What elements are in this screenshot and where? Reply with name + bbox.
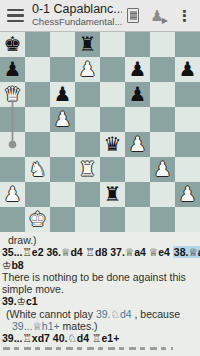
square-g7[interactable] — [150, 57, 175, 82]
square-b3[interactable]: ♞ — [25, 157, 50, 182]
comment-text: mates.) — [60, 320, 98, 332]
square-h1[interactable] — [175, 207, 200, 232]
square-c3[interactable] — [50, 157, 75, 182]
square-b4[interactable] — [25, 132, 50, 157]
move-text[interactable]: 38.♕a6 — [173, 246, 200, 258]
square-b2[interactable] — [25, 182, 50, 207]
notation-line: simple move. — [0, 283, 200, 295]
comment-text: There is nothing to be done against this — [2, 271, 186, 283]
square-h8[interactable] — [175, 32, 200, 57]
square-f1[interactable] — [125, 207, 150, 232]
move-text[interactable]: 39.♘d4 — [96, 308, 132, 320]
notation-line: (White cannot play 39.♘d4 , because — [0, 308, 200, 320]
page-subtitle: ChessFundamental... — [32, 17, 122, 27]
black-pawn: ♟ — [179, 57, 197, 82]
black-rook: ♜ — [104, 182, 122, 207]
square-d3[interactable]: ♜ — [75, 157, 100, 182]
square-e1[interactable] — [100, 207, 125, 232]
white-pawn: ♟ — [79, 57, 97, 82]
notation-line: There is nothing to be done against this — [0, 271, 200, 283]
square-f4[interactable]: ♟ — [125, 132, 150, 157]
square-g5[interactable] — [150, 107, 175, 132]
move-text[interactable]: 39...♕h1+ — [12, 320, 60, 332]
page-title: 0-1 Capablanc... — [32, 3, 122, 17]
square-b7[interactable] — [25, 57, 50, 82]
black-pawn: ♟ — [54, 82, 72, 107]
square-d4[interactable] — [75, 132, 100, 157]
square-b5[interactable] — [25, 107, 50, 132]
white-rook: ♜ — [79, 157, 97, 182]
white-king: ♚ — [29, 207, 47, 232]
square-d1[interactable] — [75, 207, 100, 232]
notation-line: 39...♖xd7 40.♘d4 ♖e1+ — [0, 332, 200, 344]
square-d7[interactable]: ♟ — [75, 57, 100, 82]
black-queen: ♛ — [104, 132, 122, 157]
square-c8[interactable] — [50, 32, 75, 57]
app-bar: 0-1 Capablanc... ChessFundamental... ♟▶ … — [0, 0, 200, 32]
square-b6[interactable] — [25, 82, 50, 107]
white-queen: ♛ — [4, 82, 22, 107]
square-h2[interactable]: ♟ — [175, 182, 200, 207]
move-text[interactable]: ♔b8 — [2, 259, 24, 271]
square-b1[interactable]: ♚ — [25, 207, 50, 232]
white-pawn: ♟ — [4, 182, 22, 207]
chess-board[interactable]: ♚♜♟♟♟♟♛♟♟♟♛♟♞♜♟♟♜♟♚ — [0, 32, 200, 232]
play-triangle-icon: ▶ — [162, 17, 168, 25]
title-block: 0-1 Capablanc... ChessFundamental... — [29, 3, 122, 27]
square-g3[interactable]: ♟ — [150, 157, 175, 182]
comment-text: draw.) — [8, 234, 37, 246]
square-h4[interactable] — [175, 132, 200, 157]
square-h7[interactable]: ♟ — [175, 57, 200, 82]
square-c5[interactable]: ♟ — [50, 107, 75, 132]
move-notation-panel[interactable]: draw.)35...♖e2 36.♕d4 ♖d8 37.♕a4 ♕e4 38.… — [0, 232, 200, 356]
square-g6[interactable] — [150, 82, 175, 107]
square-c1[interactable] — [50, 207, 75, 232]
square-f6[interactable]: ♟ — [125, 82, 150, 107]
white-pawn: ♟ — [129, 132, 147, 157]
square-g8[interactable] — [150, 32, 175, 57]
square-f7[interactable]: ♟ — [125, 57, 150, 82]
black-pawn: ♟ — [129, 82, 147, 107]
black-pawn: ♟ — [129, 57, 147, 82]
square-a8[interactable]: ♚ — [0, 32, 25, 57]
clipped-text-line — [3, 347, 173, 350]
square-g1[interactable] — [150, 207, 175, 232]
square-c4[interactable] — [50, 132, 75, 157]
move-text[interactable]: 35...♖e2 36.♕d4 ♖d8 37.♕a4 ♕e4 — [2, 246, 173, 258]
square-f8[interactable] — [125, 32, 150, 57]
notation-line: draw.) — [0, 234, 200, 246]
square-a2[interactable]: ♟ — [0, 182, 25, 207]
square-b8[interactable] — [25, 32, 50, 57]
square-d6[interactable] — [75, 82, 100, 107]
square-c7[interactable] — [50, 57, 75, 82]
square-f5[interactable] — [125, 107, 150, 132]
square-a6[interactable]: ♛ — [0, 82, 25, 107]
square-e6[interactable] — [100, 82, 125, 107]
square-e3[interactable] — [100, 157, 125, 182]
menu-icon[interactable] — [7, 9, 24, 22]
black-rook: ♜ — [79, 32, 97, 57]
square-e5[interactable] — [100, 107, 125, 132]
comment-text: simple move. — [2, 283, 64, 295]
square-c6[interactable]: ♟ — [50, 82, 75, 107]
square-g2[interactable] — [150, 182, 175, 207]
square-a1[interactable] — [0, 207, 25, 232]
square-a5[interactable] — [0, 107, 25, 132]
engine-play-icon[interactable]: ♟▶ — [148, 7, 166, 25]
square-d2[interactable] — [75, 182, 100, 207]
square-e7[interactable] — [100, 57, 125, 82]
square-h5[interactable] — [175, 107, 200, 132]
square-f2[interactable] — [125, 182, 150, 207]
square-e2[interactable]: ♜ — [100, 182, 125, 207]
square-a4[interactable] — [0, 132, 25, 157]
square-c2[interactable] — [50, 182, 75, 207]
notation-line: ♔b8 — [0, 259, 200, 271]
game-list-icon[interactable] — [127, 8, 139, 23]
square-a3[interactable] — [0, 157, 25, 182]
notation-line: 39.♔c1 — [0, 295, 200, 307]
square-g4[interactable] — [150, 132, 175, 157]
square-h6[interactable] — [175, 82, 200, 107]
move-text[interactable]: 39...♖xd7 40.♘d4 ♖e1+ — [2, 332, 119, 344]
overflow-menu-icon[interactable]: ⋮ — [175, 8, 194, 23]
square-a7[interactable]: ♟ — [0, 57, 25, 82]
white-pawn: ♟ — [179, 182, 197, 207]
square-d8[interactable]: ♜ — [75, 32, 100, 57]
move-text[interactable]: 39.♔c1 — [2, 295, 38, 307]
notation-line: 39...♕h1+ mates.) — [0, 320, 200, 332]
square-e8[interactable] — [100, 32, 125, 57]
square-h3[interactable] — [175, 157, 200, 182]
black-king: ♚ — [4, 32, 22, 57]
comment-text: , because — [132, 308, 180, 320]
comment-text: (White cannot play — [6, 308, 96, 320]
white-pawn: ♟ — [54, 107, 72, 132]
white-knight: ♞ — [29, 157, 47, 182]
square-e4[interactable]: ♛ — [100, 132, 125, 157]
white-pawn: ♟ — [154, 157, 172, 182]
notation-line: 35...♖e2 36.♕d4 ♖d8 37.♕a4 ♕e4 38.♕a6 — [0, 246, 200, 258]
square-d5[interactable] — [75, 107, 100, 132]
black-pawn: ♟ — [4, 57, 22, 82]
square-f3[interactable] — [125, 157, 150, 182]
